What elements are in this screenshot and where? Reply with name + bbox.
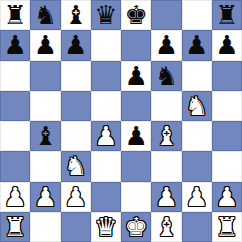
white-pawn[interactable]: ♟	[185, 184, 208, 210]
square-b8[interactable]: ♞	[30, 0, 60, 30]
white-pawn[interactable]: ♟	[215, 184, 238, 210]
square-c2[interactable]: ♟	[61, 182, 91, 212]
black-rook[interactable]: ♜	[215, 2, 238, 28]
square-c3[interactable]: ♞	[61, 151, 91, 181]
black-knight[interactable]: ♞	[34, 2, 57, 28]
square-c8[interactable]: ♝	[61, 0, 91, 30]
white-rook[interactable]: ♜	[215, 214, 238, 240]
square-h2[interactable]: ♟	[212, 182, 242, 212]
white-knight[interactable]: ♞	[64, 153, 87, 179]
black-pawn[interactable]: ♟	[64, 32, 87, 58]
square-b4[interactable]: ♝	[30, 121, 60, 151]
square-b5[interactable]	[30, 91, 60, 121]
square-b2[interactable]: ♟	[30, 182, 60, 212]
white-pawn[interactable]: ♟	[94, 123, 117, 149]
black-pawn[interactable]: ♟	[155, 32, 178, 58]
black-pawn[interactable]: ♟	[124, 123, 147, 149]
black-pawn[interactable]: ♟	[215, 32, 238, 58]
square-a1[interactable]: ♜	[0, 212, 30, 242]
square-f5[interactable]	[151, 91, 181, 121]
square-h6[interactable]	[212, 61, 242, 91]
square-g8[interactable]	[182, 0, 212, 30]
square-a5[interactable]	[0, 91, 30, 121]
square-d4[interactable]: ♟	[91, 121, 121, 151]
square-d2[interactable]	[91, 182, 121, 212]
square-e6[interactable]: ♟	[121, 61, 151, 91]
square-f1[interactable]: ♝	[151, 212, 181, 242]
square-g4[interactable]	[182, 121, 212, 151]
black-queen[interactable]: ♛	[94, 2, 117, 28]
square-d7[interactable]	[91, 30, 121, 60]
black-pawn[interactable]: ♟	[124, 63, 147, 89]
square-d1[interactable]: ♛	[91, 212, 121, 242]
square-a6[interactable]	[0, 61, 30, 91]
black-bishop[interactable]: ♝	[64, 2, 87, 28]
square-g1[interactable]	[182, 212, 212, 242]
square-c7[interactable]: ♟	[61, 30, 91, 60]
square-f2[interactable]: ♟	[151, 182, 181, 212]
square-c6[interactable]	[61, 61, 91, 91]
square-e1[interactable]: ♚	[121, 212, 151, 242]
white-bishop[interactable]: ♝	[155, 214, 178, 240]
square-a7[interactable]: ♟	[0, 30, 30, 60]
white-pawn[interactable]: ♟	[64, 184, 87, 210]
white-pawn[interactable]: ♟	[34, 184, 57, 210]
square-b3[interactable]	[30, 151, 60, 181]
square-h8[interactable]: ♜	[212, 0, 242, 30]
black-pawn[interactable]: ♟	[34, 32, 57, 58]
square-f7[interactable]: ♟	[151, 30, 181, 60]
square-e4[interactable]: ♟	[121, 121, 151, 151]
black-knight[interactable]: ♞	[155, 63, 178, 89]
square-d6[interactable]	[91, 61, 121, 91]
square-c4[interactable]	[61, 121, 91, 151]
square-d8[interactable]: ♛	[91, 0, 121, 30]
square-f3[interactable]	[151, 151, 181, 181]
square-b7[interactable]: ♟	[30, 30, 60, 60]
square-h5[interactable]	[212, 91, 242, 121]
square-g5[interactable]: ♞	[182, 91, 212, 121]
black-pawn[interactable]: ♟	[3, 32, 26, 58]
square-g3[interactable]	[182, 151, 212, 181]
square-f6[interactable]: ♞	[151, 61, 181, 91]
white-pawn[interactable]: ♟	[155, 184, 178, 210]
white-bishop[interactable]: ♝	[155, 123, 178, 149]
square-c5[interactable]	[61, 91, 91, 121]
black-pawn[interactable]: ♟	[185, 32, 208, 58]
chess-board: ♜♞♝♛♚♜♟♟♟♟♟♟♟♞♞♝♟♟♝♞♟♟♟♟♟♟♜♛♚♝♜	[0, 0, 242, 242]
square-e7[interactable]	[121, 30, 151, 60]
black-rook[interactable]: ♜	[3, 2, 26, 28]
square-e8[interactable]: ♚	[121, 0, 151, 30]
square-g6[interactable]	[182, 61, 212, 91]
square-a8[interactable]: ♜	[0, 0, 30, 30]
white-queen[interactable]: ♛	[94, 214, 117, 240]
square-h7[interactable]: ♟	[212, 30, 242, 60]
white-pawn[interactable]: ♟	[3, 184, 26, 210]
square-d3[interactable]	[91, 151, 121, 181]
square-e3[interactable]	[121, 151, 151, 181]
black-king[interactable]: ♚	[124, 2, 147, 28]
square-h3[interactable]	[212, 151, 242, 181]
square-a4[interactable]	[0, 121, 30, 151]
square-d5[interactable]	[91, 91, 121, 121]
square-g7[interactable]: ♟	[182, 30, 212, 60]
white-king[interactable]: ♚	[124, 214, 147, 240]
white-knight[interactable]: ♞	[185, 93, 208, 119]
square-b6[interactable]	[30, 61, 60, 91]
white-rook[interactable]: ♜	[3, 214, 26, 240]
square-b1[interactable]	[30, 212, 60, 242]
square-f8[interactable]	[151, 0, 181, 30]
black-bishop[interactable]: ♝	[34, 123, 57, 149]
square-f4[interactable]: ♝	[151, 121, 181, 151]
square-h4[interactable]	[212, 121, 242, 151]
square-g2[interactable]: ♟	[182, 182, 212, 212]
square-a2[interactable]: ♟	[0, 182, 30, 212]
square-e2[interactable]	[121, 182, 151, 212]
square-h1[interactable]: ♜	[212, 212, 242, 242]
square-a3[interactable]	[0, 151, 30, 181]
square-c1[interactable]	[61, 212, 91, 242]
square-e5[interactable]	[121, 91, 151, 121]
